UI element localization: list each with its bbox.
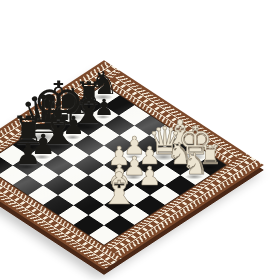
chess-board bbox=[0, 60, 264, 270]
chess-set-product-photo: ♞♜♞♚♛♜♟♝♟♝♟♟♝♚♜♛♞♞♟♟♟♟♟♟♝ bbox=[0, 0, 280, 280]
